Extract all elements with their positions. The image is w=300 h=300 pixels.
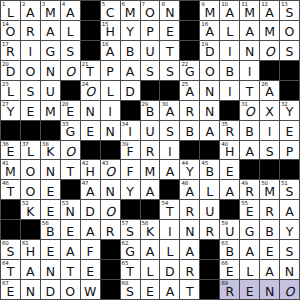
cell-r6c11[interactable]: N <box>200 101 219 120</box>
cell-r4c3[interactable]: N <box>41 61 60 80</box>
cell-letter: D <box>121 85 140 99</box>
cell-r4c10[interactable]: 22G <box>180 61 199 80</box>
cell-r2c7[interactable]: Y <box>121 21 140 40</box>
cell-letter: E <box>141 285 160 299</box>
cell-r14c13[interactable]: L <box>240 260 259 279</box>
cell-letter: S <box>160 125 179 139</box>
cell-letter: G <box>240 225 259 239</box>
cell-letter: I <box>260 125 279 139</box>
cell-letter: N <box>240 45 259 59</box>
cell-r6c14[interactable]: X <box>260 101 279 120</box>
cell-r1c2[interactable]: 2A <box>21 1 40 20</box>
block-r4c15 <box>280 61 299 80</box>
cell-letter: E <box>41 205 60 219</box>
cell-letter: O <box>141 6 160 20</box>
cell-r9c2[interactable]: O <box>21 160 40 179</box>
cell-letter: A <box>160 165 179 179</box>
cell-r10c12[interactable]: A <box>220 180 239 199</box>
cell-r6c4[interactable]: 28E <box>61 101 80 120</box>
cell-r14c2[interactable]: A <box>21 260 40 279</box>
cell-letter: S <box>1 245 20 259</box>
cell-r12c7[interactable]: 57S <box>121 220 140 239</box>
block-r4c14 <box>260 61 279 80</box>
cell-r2c15[interactable]: O <box>280 21 299 40</box>
cell-letter: T <box>160 45 179 59</box>
cell-r6c5[interactable]: N <box>81 101 100 120</box>
cell-r8c15[interactable]: P <box>280 141 299 160</box>
cell-r14c4[interactable]: T <box>61 260 80 279</box>
cell-r10c13[interactable]: 49R <box>240 180 259 199</box>
cell-letter: A <box>61 245 80 259</box>
cell-r8c3[interactable]: 38K <box>41 141 60 160</box>
cell-letter: M <box>260 25 279 39</box>
cell-r4c9[interactable]: S <box>160 61 179 80</box>
cell-r10c1[interactable]: 46T <box>1 180 20 199</box>
cell-r12c9[interactable]: I <box>160 220 179 239</box>
cell-r13c13[interactable]: A <box>240 240 259 259</box>
cell-r14c10[interactable]: R <box>180 260 199 279</box>
cell-r11c4[interactable]: 53N <box>61 200 80 219</box>
cell-r12c8[interactable]: 58K <box>141 220 160 239</box>
cell-letter: A <box>160 285 179 299</box>
cell-letter: F <box>81 245 100 259</box>
cell-letter: R <box>220 125 239 139</box>
cell-letter: W <box>81 285 100 299</box>
cell-r1c11[interactable]: 9M <box>200 1 219 20</box>
cell-letter: F <box>121 165 140 179</box>
cell-r5c5[interactable]: 24O <box>81 81 100 100</box>
cell-r13c12[interactable]: 63B <box>220 240 239 259</box>
cell-r3c1[interactable]: 17R <box>1 41 20 60</box>
cell-r4c5[interactable]: 21T <box>81 61 100 80</box>
cell-letter: A <box>21 265 40 279</box>
cell-letter: A <box>61 6 80 20</box>
cell-r2c9[interactable]: E <box>160 21 179 40</box>
cell-letter: S <box>280 185 299 199</box>
cell-letter: A <box>280 205 299 219</box>
cell-r3c7[interactable]: B <box>121 41 140 60</box>
cell-r7c4[interactable]: 33G <box>61 121 80 140</box>
cell-r14c7[interactable]: 65T <box>121 260 140 279</box>
cell-letter: T <box>180 285 199 299</box>
cell-letter: I <box>21 45 40 59</box>
cell-r15c10[interactable]: T <box>180 280 199 299</box>
cell-r12c10[interactable]: N <box>180 220 199 239</box>
cell-r6c1[interactable]: 27Y <box>1 101 20 120</box>
cell-letter: Y <box>121 185 140 199</box>
cell-letter: A <box>121 65 140 79</box>
cell-r13c7[interactable]: 62G <box>121 240 140 259</box>
cell-letter: M <box>41 105 60 119</box>
cell-letter: B <box>200 165 219 179</box>
cell-r5c10[interactable]: 25A <box>180 81 199 100</box>
cell-r12c5[interactable]: A <box>81 220 100 239</box>
cell-r8c1[interactable]: 36E <box>1 141 20 160</box>
cell-r2c4[interactable]: L <box>61 21 80 40</box>
cell-r6c10[interactable]: R <box>180 101 199 120</box>
cell-letter: H <box>21 245 40 259</box>
cell-r3c3[interactable]: G <box>41 41 60 60</box>
block-r3c10 <box>180 41 199 60</box>
cell-r13c8[interactable]: A <box>141 240 160 259</box>
cell-r6c3[interactable]: M <box>41 101 60 120</box>
cell-r12c3[interactable]: 56B <box>41 220 60 239</box>
block-r5c8 <box>141 81 160 100</box>
cell-r9c11[interactable]: 45B <box>200 160 219 179</box>
cell-r15c5[interactable]: W <box>81 280 100 299</box>
cell-letter: G <box>121 245 140 259</box>
cell-letter: T <box>1 265 20 279</box>
cell-r1c6[interactable]: 5C <box>101 1 120 20</box>
cell-r10c7[interactable]: Y <box>121 180 140 199</box>
block-r6c7 <box>121 101 140 120</box>
cell-r9c8[interactable]: M <box>141 160 160 179</box>
cell-letter: M <box>1 165 20 179</box>
cell-letter: E <box>81 125 100 139</box>
cell-r8c8[interactable]: R <box>141 141 160 160</box>
cell-r6c8[interactable]: 29B <box>141 101 160 120</box>
cell-r4c2[interactable]: O <box>21 61 40 80</box>
cell-r3c8[interactable]: U <box>141 41 160 60</box>
cell-r1c12[interactable]: 10A <box>220 1 239 20</box>
cell-r8c12[interactable]: 40H <box>220 141 239 160</box>
cell-r7c6[interactable]: N <box>101 121 120 140</box>
cell-r7c14[interactable]: I <box>260 121 279 140</box>
cell-r4c8[interactable]: S <box>141 61 160 80</box>
cell-r8c13[interactable]: A <box>240 141 259 160</box>
cell-letter: D <box>1 65 20 79</box>
cell-r2c1[interactable]: 14O <box>1 21 20 40</box>
cell-letter: L <box>141 265 160 279</box>
cell-letter: B <box>141 105 160 119</box>
cell-r7c13[interactable]: B <box>240 121 259 140</box>
block-r11c8 <box>141 200 160 219</box>
cell-letter: I <box>220 45 239 59</box>
block-r6c12 <box>220 101 239 120</box>
cell-r4c4[interactable]: O <box>61 61 80 80</box>
cell-r15c13[interactable]: E <box>240 280 259 299</box>
cell-r7c12[interactable]: 35R <box>220 121 239 140</box>
cell-r9c6[interactable]: 43O <box>101 160 120 179</box>
cell-letter: S <box>121 285 140 299</box>
cell-r4c12[interactable]: B <box>220 61 239 80</box>
cell-r4c11[interactable]: O <box>200 61 219 80</box>
cell-r3c11[interactable]: 19D <box>200 41 219 60</box>
cell-r10c8[interactable]: A <box>141 180 160 199</box>
cell-r12c15[interactable]: Y <box>280 220 299 239</box>
cell-r3c15[interactable]: S <box>280 41 299 60</box>
cell-r2c8[interactable]: P <box>141 21 160 40</box>
cell-letter: U <box>220 225 239 239</box>
cell-r7c10[interactable]: B <box>180 121 199 140</box>
cell-letter: D <box>41 285 60 299</box>
cell-r5c11[interactable]: N <box>200 81 219 100</box>
cell-letter: A <box>180 185 199 199</box>
cell-letter: L <box>160 245 179 259</box>
cell-r11c2[interactable]: 52K <box>21 200 40 219</box>
cell-r7c11[interactable]: A <box>200 121 219 140</box>
cell-letter: D <box>160 265 179 279</box>
cell-r8c7[interactable]: 39F <box>121 141 140 160</box>
cell-r15c12[interactable]: 69R <box>220 280 239 299</box>
cell-r9c1[interactable]: 41M <box>1 160 20 179</box>
cell-letter: H <box>101 25 120 39</box>
cell-letter: M <box>240 6 259 20</box>
crossword-grid: 1L2A3M4A5C6M7O8N9M10A11M12A13S14ORAL15HY… <box>0 0 300 300</box>
cell-r4c7[interactable]: A <box>121 61 140 80</box>
cell-r11c14[interactable]: R <box>260 200 279 219</box>
cell-r14c12[interactable]: 66E <box>220 260 239 279</box>
cell-r14c3[interactable]: N <box>41 260 60 279</box>
block-r5c4 <box>61 81 80 100</box>
cell-letter: M <box>121 6 140 20</box>
cell-letter: E <box>280 125 299 139</box>
cell-letter: G <box>41 45 60 59</box>
cell-letter: K <box>21 205 40 219</box>
cell-letter: P <box>280 145 299 159</box>
cell-r2c14[interactable]: M <box>260 21 279 40</box>
block-r1c5 <box>81 1 100 20</box>
cell-r5c3[interactable]: U <box>41 81 60 100</box>
cell-r6c13[interactable]: 31O <box>240 101 259 120</box>
cell-r15c14[interactable]: N <box>260 280 279 299</box>
cell-letter: O <box>280 25 299 39</box>
cell-r3c2[interactable]: I <box>21 41 40 60</box>
cell-r15c2[interactable]: N <box>21 280 40 299</box>
cell-r5c1[interactable]: 23L <box>1 81 20 100</box>
cell-r9c12[interactable]: E <box>220 160 239 179</box>
cell-r14c1[interactable]: 64T <box>1 260 20 279</box>
cell-r2c3[interactable]: A <box>41 21 60 40</box>
cell-letter: S <box>61 45 80 59</box>
block-r7c2 <box>21 121 40 140</box>
cell-letter: E <box>61 105 80 119</box>
cell-r7c7[interactable]: 34I <box>121 121 140 140</box>
cell-r13c10[interactable]: A <box>180 240 199 259</box>
cell-r6c15[interactable]: 32Y <box>280 101 299 120</box>
cell-letter: O <box>21 65 40 79</box>
cell-letter: O <box>101 165 120 179</box>
cell-r1c4[interactable]: 4A <box>61 1 80 20</box>
cell-r15c4[interactable]: O <box>61 280 80 299</box>
block-r2c10 <box>180 21 199 40</box>
cell-letter: S <box>160 65 179 79</box>
cell-letter: E <box>240 205 259 219</box>
cell-r1c3[interactable]: 3M <box>41 1 60 20</box>
cell-r1c8[interactable]: 7O <box>141 1 160 20</box>
cell-r13c2[interactable]: 61H <box>21 240 40 259</box>
cell-r3c4[interactable]: S <box>61 41 80 60</box>
cell-r13c9[interactable]: L <box>160 240 179 259</box>
cell-r3c12[interactable]: I <box>220 41 239 60</box>
cell-r5c2[interactable]: S <box>21 81 40 100</box>
cell-r13c4[interactable]: A <box>61 240 80 259</box>
cell-letter: L <box>220 25 239 39</box>
cell-r13c5[interactable]: F <box>81 240 100 259</box>
cell-letter: R <box>240 185 259 199</box>
cell-r15c3[interactable]: D <box>41 280 60 299</box>
cell-r1c7[interactable]: 6M <box>121 1 140 20</box>
cell-letter: L <box>200 185 219 199</box>
cell-letter: O <box>61 145 80 159</box>
cell-r1c9[interactable]: 8N <box>160 1 179 20</box>
cell-letter: A <box>141 185 160 199</box>
cell-r13c1[interactable]: 60S <box>1 240 20 259</box>
cell-r10c3[interactable]: E <box>41 180 60 199</box>
cell-letter: E <box>41 245 60 259</box>
cell-r2c6[interactable]: 15H <box>101 21 120 40</box>
cell-r13c14[interactable]: E <box>260 240 279 259</box>
cell-r15c7[interactable]: 68S <box>121 280 140 299</box>
cell-r7c5[interactable]: E <box>81 121 100 140</box>
cell-r14c9[interactable]: D <box>160 260 179 279</box>
cell-r15c1[interactable]: 67E <box>1 280 20 299</box>
cell-r2c13[interactable]: A <box>240 21 259 40</box>
cell-r12c4[interactable]: E <box>61 220 80 239</box>
cell-r3c6[interactable]: 18A <box>101 41 120 60</box>
cell-letter: T <box>61 165 80 179</box>
block-r11c7 <box>121 200 140 219</box>
cell-letter: N <box>160 6 179 20</box>
cell-r13c3[interactable]: E <box>41 240 60 259</box>
cell-letter: N <box>101 125 120 139</box>
cell-r12c14[interactable]: B <box>260 220 279 239</box>
cell-r10c14[interactable]: 50M <box>260 180 279 199</box>
cell-r6c6[interactable]: I <box>101 101 120 120</box>
cell-r9c10[interactable]: 44Y <box>180 160 199 179</box>
cell-r11c9[interactable]: 54T <box>160 200 179 219</box>
cell-r9c3[interactable]: N <box>41 160 60 179</box>
cell-r10c11[interactable]: L <box>200 180 219 199</box>
cell-letter: B <box>220 65 239 79</box>
cell-letter: D <box>81 205 100 219</box>
cell-r4c1[interactable]: 20D <box>1 61 20 80</box>
cell-r12c11[interactable]: R <box>200 220 219 239</box>
cell-r10c5[interactable]: 47A <box>81 180 100 199</box>
cell-letter: C <box>101 6 120 20</box>
cell-r12c13[interactable]: G <box>240 220 259 239</box>
cell-r12c12[interactable]: 59U <box>220 220 239 239</box>
cell-r2c2[interactable]: R <box>21 21 40 40</box>
cell-r9c4[interactable]: T <box>61 160 80 179</box>
cell-r10c10[interactable]: 48A <box>180 180 199 199</box>
cell-r13c15[interactable]: S <box>280 240 299 259</box>
cell-letter: P <box>101 65 120 79</box>
cell-r11c10[interactable]: R <box>180 200 199 219</box>
cell-letter: R <box>180 205 199 219</box>
cell-letter: U <box>141 125 160 139</box>
cell-r2c12[interactable]: L <box>220 21 239 40</box>
cell-r11c11[interactable]: U <box>200 200 219 219</box>
block-r14c6 <box>101 260 120 279</box>
cell-letter: O <box>21 185 40 199</box>
cell-r5c6[interactable]: L <box>101 81 120 100</box>
cell-r14c14[interactable]: A <box>260 260 279 279</box>
cell-r11c3[interactable]: E <box>41 200 60 219</box>
cell-r14c5[interactable]: E <box>81 260 100 279</box>
cell-letter: K <box>41 145 60 159</box>
cell-r5c7[interactable]: D <box>121 81 140 100</box>
cell-letter: E <box>240 285 259 299</box>
block-r9c13 <box>240 160 259 179</box>
cell-r8c9[interactable]: I <box>160 141 179 160</box>
cell-letter: A <box>81 225 100 239</box>
cell-letter: P <box>141 25 160 39</box>
cell-letter: U <box>141 45 160 59</box>
cell-letter: E <box>1 285 20 299</box>
cell-r5c14[interactable]: 26A <box>260 81 279 100</box>
cell-letter: L <box>240 265 259 279</box>
cell-r1c13[interactable]: 11M <box>240 1 259 20</box>
cell-letter: F <box>121 145 140 159</box>
cell-r9c7[interactable]: F <box>121 160 140 179</box>
cell-r1c14[interactable]: 12A <box>260 1 279 20</box>
cell-r11c5[interactable]: D <box>81 200 100 219</box>
cell-letter: S <box>21 85 40 99</box>
cell-r15c15[interactable]: O <box>280 280 299 299</box>
cell-letter: O <box>21 165 40 179</box>
cell-r7c8[interactable]: U <box>141 121 160 140</box>
cell-r6c9[interactable]: 30A <box>160 101 179 120</box>
cell-r4c13[interactable]: I <box>240 61 259 80</box>
cell-letter: A <box>220 6 239 20</box>
cell-letter: T <box>121 265 140 279</box>
cell-r2c11[interactable]: 16A <box>200 21 219 40</box>
cell-r15c9[interactable]: A <box>160 280 179 299</box>
cell-r9c5[interactable]: 42H <box>81 160 100 179</box>
cell-r7c9[interactable]: S <box>160 121 179 140</box>
cell-r14c8[interactable]: L <box>141 260 160 279</box>
cell-r3c9[interactable]: T <box>160 41 179 60</box>
cell-r8c2[interactable]: 37L <box>21 141 40 160</box>
cell-letter: A <box>200 25 219 39</box>
cell-r11c13[interactable]: 55E <box>240 200 259 219</box>
cell-r10c2[interactable]: O <box>21 180 40 199</box>
cell-r10c15[interactable]: 51S <box>280 180 299 199</box>
cell-r5c12[interactable]: I <box>220 81 239 100</box>
cell-r3c14[interactable]: O <box>260 41 279 60</box>
cell-r9c9[interactable]: A <box>160 160 179 179</box>
cell-r8c14[interactable]: S <box>260 141 279 160</box>
cell-letter: T <box>160 205 179 219</box>
cell-letter: A <box>220 185 239 199</box>
cell-r10c6[interactable]: N <box>101 180 120 199</box>
cell-r8c4[interactable]: O <box>61 141 80 160</box>
cell-r7c15[interactable]: E <box>280 121 299 140</box>
cell-r1c15[interactable]: 13S <box>280 1 299 20</box>
cell-letter: L <box>101 85 120 99</box>
cell-r5c13[interactable]: T <box>240 81 259 100</box>
cell-letter: Y <box>280 105 299 119</box>
cell-r4c6[interactable]: P <box>101 61 120 80</box>
cell-r11c6[interactable]: O <box>101 200 120 219</box>
cell-letter: O <box>1 25 20 39</box>
cell-letter: Y <box>1 105 20 119</box>
cell-letter: G <box>180 65 199 79</box>
cell-letter: I <box>101 105 120 119</box>
cell-r1c1[interactable]: 1L <box>1 1 20 20</box>
cell-letter: N <box>260 285 279 299</box>
cell-r15c8[interactable]: E <box>141 280 160 299</box>
cell-r3c13[interactable]: N <box>240 41 259 60</box>
cell-letter: D <box>200 45 219 59</box>
cell-r12c6[interactable]: R <box>101 220 120 239</box>
cell-r14c15[interactable]: N <box>280 260 299 279</box>
cell-letter: E <box>41 185 60 199</box>
cell-r11c15[interactable]: A <box>280 200 299 219</box>
cell-r6c2[interactable]: E <box>21 101 40 120</box>
cell-letter: G <box>61 125 80 139</box>
